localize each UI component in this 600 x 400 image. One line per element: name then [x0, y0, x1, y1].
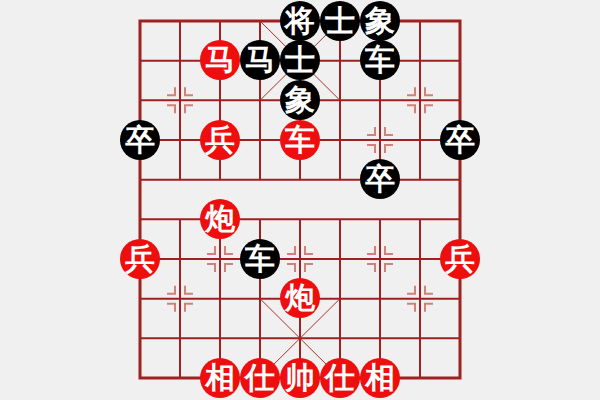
black-elephant[interactable]: 象 — [360, 1, 400, 41]
piece-grid: 将 士 象 马 马 士 车 象 卒 兵 车 卒 卒 炮 兵 车 兵 炮 相 仕 … — [120, 1, 480, 398]
black-soldier[interactable]: 卒 — [440, 120, 480, 160]
red-cannon[interactable]: 炮 — [280, 278, 320, 318]
black-horse[interactable]: 马 — [240, 40, 280, 80]
black-chariot[interactable]: 车 — [360, 40, 400, 80]
xiangqi-board[interactable]: 将 士 象 马 马 士 车 象 卒 兵 车 卒 卒 炮 兵 车 兵 炮 相 仕 … — [0, 0, 600, 400]
red-elephant[interactable]: 相 — [200, 358, 240, 398]
black-soldier[interactable]: 卒 — [120, 120, 160, 160]
red-soldier[interactable]: 兵 — [440, 239, 480, 279]
red-horse[interactable]: 马 — [200, 40, 240, 80]
red-advisor[interactable]: 仕 — [320, 358, 360, 398]
black-advisor[interactable]: 士 — [280, 40, 320, 80]
red-advisor[interactable]: 仕 — [240, 358, 280, 398]
black-chariot[interactable]: 车 — [240, 239, 280, 279]
black-advisor[interactable]: 士 — [320, 1, 360, 41]
black-elephant[interactable]: 象 — [280, 80, 320, 120]
red-cannon[interactable]: 炮 — [200, 199, 240, 239]
red-soldier[interactable]: 兵 — [120, 239, 160, 279]
red-chariot[interactable]: 车 — [280, 120, 320, 160]
black-general[interactable]: 将 — [280, 1, 320, 41]
red-soldier[interactable]: 兵 — [200, 120, 240, 160]
black-soldier[interactable]: 卒 — [360, 159, 400, 199]
red-elephant[interactable]: 相 — [360, 358, 400, 398]
red-general[interactable]: 帅 — [280, 358, 320, 398]
